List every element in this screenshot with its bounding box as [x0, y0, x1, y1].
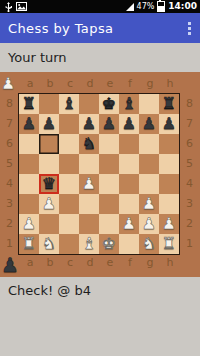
black-rook: ♜	[22, 96, 36, 112]
square-d7[interactable]: ♟	[79, 114, 99, 134]
square-g7[interactable]: ♟	[139, 114, 159, 134]
rank-labels-right: 87654321	[183, 94, 196, 254]
battery-percent: 47%	[137, 0, 155, 13]
square-b7[interactable]: ♟	[39, 114, 59, 134]
status-bar-left	[0, 2, 27, 12]
square-h8[interactable]: ♜	[159, 94, 179, 114]
square-h1[interactable]: ♜	[159, 234, 179, 254]
rank-label-5: 5	[3, 154, 16, 174]
rank-label-2: 2	[3, 214, 16, 234]
white-pawn: ♟	[82, 176, 96, 192]
chess-board: ♜♝♚♝♜♟♟♟♟♟♟♟♞♛♟♟♟♟♟♟♟♜♞♝♚♞♜	[18, 93, 180, 255]
file-label-f: f	[120, 256, 140, 270]
square-b4[interactable]: ♛	[39, 174, 59, 194]
rank-label-3: 3	[183, 194, 196, 214]
file-label-d: d	[80, 256, 100, 270]
square-f5[interactable]	[119, 154, 139, 174]
square-a5[interactable]	[19, 154, 39, 174]
file-label-e: e	[100, 256, 120, 270]
white-pawn: ♟	[22, 216, 36, 232]
white-rook: ♜	[22, 236, 36, 252]
square-a6[interactable]	[19, 134, 39, 154]
white-pawn: ♟	[142, 196, 156, 212]
file-label-b: b	[40, 77, 60, 91]
square-g1[interactable]: ♞	[139, 234, 159, 254]
file-labels-top: abcdefgh	[20, 77, 180, 91]
square-f3[interactable]	[119, 194, 139, 214]
square-d1[interactable]: ♝	[79, 234, 99, 254]
black-queen: ♛	[42, 176, 56, 192]
rank-labels-left: 87654321	[3, 94, 16, 254]
black-pawn: ♟	[82, 116, 96, 132]
white-knight: ♞	[42, 236, 56, 252]
square-b8[interactable]	[39, 94, 59, 114]
square-g3[interactable]: ♟	[139, 194, 159, 214]
square-b5[interactable]	[39, 154, 59, 174]
square-h2[interactable]: ♟	[159, 214, 179, 234]
white-pawn: ♟	[42, 196, 56, 212]
square-g6[interactable]	[139, 134, 159, 154]
black-pawn-icon[interactable]: ♟	[1, 255, 19, 275]
signal-icon	[126, 3, 134, 11]
square-g4[interactable]	[139, 174, 159, 194]
square-a2[interactable]: ♟	[19, 214, 39, 234]
rank-label-3: 3	[3, 194, 16, 214]
square-g5[interactable]	[139, 154, 159, 174]
square-f4[interactable]	[119, 174, 139, 194]
white-king: ♚	[102, 236, 116, 252]
clock-text: 14:00	[168, 0, 197, 13]
black-bishop: ♝	[122, 96, 136, 112]
rank-label-2: 2	[183, 214, 196, 234]
square-d6[interactable]: ♞	[79, 134, 99, 154]
black-pawn: ♟	[162, 116, 176, 132]
square-g2[interactable]: ♟	[139, 214, 159, 234]
square-c6[interactable]	[59, 134, 79, 154]
square-e5[interactable]	[99, 154, 119, 174]
white-bishop: ♝	[82, 236, 96, 252]
file-label-g: g	[140, 256, 160, 270]
square-c7[interactable]	[59, 114, 79, 134]
white-pawn: ♟	[122, 216, 136, 232]
file-label-g: g	[140, 77, 160, 91]
rank-label-8: 8	[183, 94, 196, 114]
rank-label-1: 1	[183, 234, 196, 254]
black-pawn: ♟	[22, 116, 36, 132]
file-label-a: a	[20, 256, 40, 270]
square-e2[interactable]	[99, 214, 119, 234]
square-e7[interactable]: ♟	[99, 114, 119, 134]
rank-label-5: 5	[183, 154, 196, 174]
square-f6[interactable]	[119, 134, 139, 154]
black-knight: ♞	[82, 136, 96, 152]
square-e8[interactable]: ♚	[99, 94, 119, 114]
rank-label-4: 4	[183, 174, 196, 194]
black-rook: ♜	[162, 96, 176, 112]
file-label-c: c	[60, 77, 80, 91]
usb-icon	[4, 2, 13, 12]
square-b2[interactable]	[39, 214, 59, 234]
square-a8[interactable]: ♜	[19, 94, 39, 114]
square-d8[interactable]	[79, 94, 99, 114]
square-c3[interactable]	[59, 194, 79, 214]
black-king: ♚	[102, 96, 116, 112]
white-pawn: ♟	[162, 216, 176, 232]
file-label-d: d	[80, 77, 100, 91]
square-f2[interactable]: ♟	[119, 214, 139, 234]
square-e1[interactable]: ♚	[99, 234, 119, 254]
square-d3[interactable]	[79, 194, 99, 214]
file-label-h: h	[160, 77, 180, 91]
white-pawn: ♟	[142, 216, 156, 232]
square-a4[interactable]	[19, 174, 39, 194]
white-knight: ♞	[142, 236, 156, 252]
file-label-h: h	[160, 256, 180, 270]
square-f7[interactable]: ♟	[119, 114, 139, 134]
title-bar: Chess by Tapsa	[0, 13, 200, 43]
square-d4[interactable]: ♟	[79, 174, 99, 194]
battery-icon	[157, 1, 165, 12]
rank-label-4: 4	[3, 174, 16, 194]
black-pawn: ♟	[102, 116, 116, 132]
square-h6[interactable]	[159, 134, 179, 154]
square-h3[interactable]	[159, 194, 179, 214]
square-b1[interactable]: ♞	[39, 234, 59, 254]
bottom-panel: Check! @ b4	[0, 277, 200, 356]
status-bar-right: 47% 14:00	[126, 0, 200, 13]
rank-label-6: 6	[3, 134, 16, 154]
black-pawn: ♟	[122, 116, 136, 132]
square-h7[interactable]: ♟	[159, 114, 179, 134]
rank-label-7: 7	[183, 114, 196, 134]
rank-label-1: 1	[3, 234, 16, 254]
rank-label-7: 7	[3, 114, 16, 134]
black-pawn: ♟	[142, 116, 156, 132]
board-panel: ♟ abcdefgh 87654321 ♜♝♚♝♜♟♟♟♟♟♟♟♞♛♟♟♟♟♟♟…	[0, 72, 200, 277]
turn-bar: Your turn	[0, 43, 200, 72]
square-c1[interactable]	[59, 234, 79, 254]
square-e6[interactable]	[99, 134, 119, 154]
file-label-e: e	[100, 77, 120, 91]
file-label-b: b	[40, 256, 60, 270]
square-d5[interactable]	[79, 154, 99, 174]
square-f8[interactable]: ♝	[119, 94, 139, 114]
rank-label-6: 6	[183, 134, 196, 154]
square-e4[interactable]	[99, 174, 119, 194]
square-a7[interactable]: ♟	[19, 114, 39, 134]
check-message: Check! @ b4	[0, 277, 200, 298]
square-e3[interactable]	[99, 194, 119, 214]
square-b3[interactable]: ♟	[39, 194, 59, 214]
square-h4[interactable]	[159, 174, 179, 194]
app-screen: 47% 14:00 Chess by Tapsa Your turn ♟ abc…	[0, 0, 200, 356]
turn-message: Your turn	[0, 50, 67, 65]
rank-label-8: 8	[3, 94, 16, 114]
square-c4[interactable]	[59, 174, 79, 194]
file-label-a: a	[20, 77, 40, 91]
black-bishop: ♝	[62, 96, 76, 112]
square-c2[interactable]	[59, 214, 79, 234]
file-labels-bottom: abcdefgh	[20, 256, 180, 270]
square-b6[interactable]	[39, 134, 59, 154]
kebab-menu-icon[interactable]	[188, 22, 191, 35]
square-c5[interactable]	[59, 154, 79, 174]
square-g8[interactable]	[139, 94, 159, 114]
file-label-c: c	[60, 256, 80, 270]
square-f1[interactable]	[119, 234, 139, 254]
square-a3[interactable]	[19, 194, 39, 214]
file-label-f: f	[120, 77, 140, 91]
square-h5[interactable]	[159, 154, 179, 174]
status-bar: 47% 14:00	[0, 0, 200, 13]
app-title: Chess by Tapsa	[0, 21, 113, 36]
white-rook: ♜	[162, 236, 176, 252]
square-c8[interactable]: ♝	[59, 94, 79, 114]
square-a1[interactable]: ♜	[19, 234, 39, 254]
square-d2[interactable]	[79, 214, 99, 234]
gallery-icon	[16, 2, 27, 11]
black-pawn: ♟	[42, 116, 56, 132]
white-pawn-icon[interactable]: ♟	[1, 76, 15, 92]
